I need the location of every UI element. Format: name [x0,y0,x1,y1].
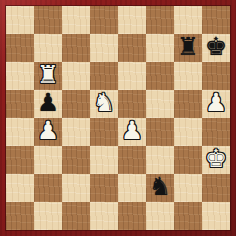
square-e8[interactable] [118,6,146,34]
square-d8[interactable] [90,6,118,34]
square-g4[interactable] [174,118,202,146]
square-g7[interactable]: ♜ [174,34,202,62]
square-e4[interactable]: ♟ [118,118,146,146]
square-a3[interactable] [6,146,34,174]
square-h7[interactable]: ♚ [202,34,230,62]
square-f7[interactable] [146,34,174,62]
square-h6[interactable] [202,62,230,90]
square-d7[interactable] [90,34,118,62]
piece-white-pawn[interactable]: ♟ [121,118,143,145]
square-a5[interactable] [6,90,34,118]
piece-white-king[interactable]: ♚ [205,146,227,173]
piece-black-pawn[interactable]: ♟ [37,90,59,117]
square-b6[interactable]: ♜ [34,62,62,90]
chess-diagram: ♜♚♜♟♞♟♟♟♚♞ [0,0,236,236]
square-a8[interactable] [6,6,34,34]
square-c1[interactable] [62,202,90,230]
square-d3[interactable] [90,146,118,174]
square-h8[interactable] [202,6,230,34]
square-d4[interactable] [90,118,118,146]
square-g5[interactable] [174,90,202,118]
square-g3[interactable] [174,146,202,174]
square-e2[interactable] [118,174,146,202]
square-g8[interactable] [174,6,202,34]
square-f6[interactable] [146,62,174,90]
square-e1[interactable] [118,202,146,230]
square-d5[interactable]: ♞ [90,90,118,118]
square-b3[interactable] [34,146,62,174]
square-h3[interactable]: ♚ [202,146,230,174]
square-e7[interactable] [118,34,146,62]
square-a2[interactable] [6,174,34,202]
square-b1[interactable] [34,202,62,230]
piece-white-rook[interactable]: ♜ [37,62,59,89]
piece-white-pawn[interactable]: ♟ [37,118,59,145]
square-h2[interactable] [202,174,230,202]
piece-white-knight[interactable]: ♞ [93,90,115,117]
square-g2[interactable] [174,174,202,202]
square-e5[interactable] [118,90,146,118]
square-c8[interactable] [62,6,90,34]
square-e6[interactable] [118,62,146,90]
square-d6[interactable] [90,62,118,90]
square-e3[interactable] [118,146,146,174]
piece-black-king[interactable]: ♚ [205,34,227,61]
square-a7[interactable] [6,34,34,62]
square-d2[interactable] [90,174,118,202]
square-h4[interactable] [202,118,230,146]
square-g6[interactable] [174,62,202,90]
square-f2[interactable]: ♞ [146,174,174,202]
square-c7[interactable] [62,34,90,62]
square-f8[interactable] [146,6,174,34]
board-frame: ♜♚♜♟♞♟♟♟♚♞ [0,0,236,236]
square-f3[interactable] [146,146,174,174]
square-f5[interactable] [146,90,174,118]
square-c6[interactable] [62,62,90,90]
square-a6[interactable] [6,62,34,90]
piece-black-rook[interactable]: ♜ [177,34,199,61]
square-h1[interactable] [202,202,230,230]
square-d1[interactable] [90,202,118,230]
square-c3[interactable] [62,146,90,174]
square-c4[interactable] [62,118,90,146]
square-f1[interactable] [146,202,174,230]
square-c5[interactable] [62,90,90,118]
square-b4[interactable]: ♟ [34,118,62,146]
chess-board: ♜♚♜♟♞♟♟♟♚♞ [6,6,230,230]
piece-white-pawn[interactable]: ♟ [205,90,227,117]
square-b5[interactable]: ♟ [34,90,62,118]
square-b2[interactable] [34,174,62,202]
square-a1[interactable] [6,202,34,230]
square-c2[interactable] [62,174,90,202]
square-f4[interactable] [146,118,174,146]
square-b8[interactable] [34,6,62,34]
square-h5[interactable]: ♟ [202,90,230,118]
square-a4[interactable] [6,118,34,146]
piece-black-knight[interactable]: ♞ [149,174,171,201]
square-b7[interactable] [34,34,62,62]
square-g1[interactable] [174,202,202,230]
